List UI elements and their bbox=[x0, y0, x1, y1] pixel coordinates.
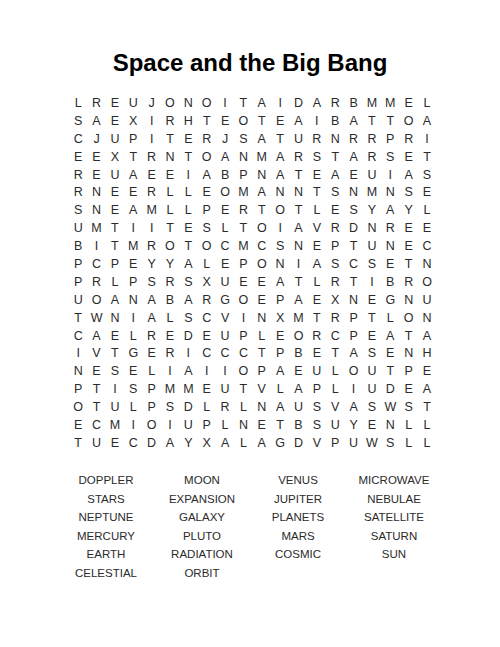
grid-cell[interactable]: A bbox=[161, 434, 179, 452]
grid-cell[interactable]: L bbox=[161, 183, 179, 201]
grid-cell[interactable]: A bbox=[87, 327, 105, 345]
grid-cell[interactable]: T bbox=[289, 166, 307, 184]
grid-cell[interactable]: S bbox=[363, 398, 381, 416]
grid-cell[interactable]: T bbox=[289, 273, 307, 291]
grid-cell[interactable]: P bbox=[344, 327, 362, 345]
grid-cell[interactable]: R bbox=[326, 219, 344, 237]
grid-cell[interactable]: B bbox=[69, 237, 87, 255]
grid-cell[interactable]: X bbox=[124, 112, 142, 130]
grid-cell[interactable]: S bbox=[381, 148, 399, 166]
grid-cell[interactable]: I bbox=[124, 309, 142, 327]
grid-cell[interactable]: O bbox=[216, 183, 234, 201]
grid-cell[interactable]: P bbox=[271, 291, 289, 309]
grid-cell[interactable]: T bbox=[87, 380, 105, 398]
grid-cell[interactable]: P bbox=[381, 130, 399, 148]
grid-cell[interactable]: O bbox=[344, 362, 362, 380]
grid-cell[interactable]: R bbox=[161, 344, 179, 362]
grid-cell[interactable]: R bbox=[326, 94, 344, 112]
grid-cell[interactable]: L bbox=[381, 309, 399, 327]
grid-cell[interactable]: T bbox=[271, 130, 289, 148]
grid-cell[interactable]: N bbox=[106, 309, 124, 327]
grid-cell[interactable]: U bbox=[106, 130, 124, 148]
grid-cell[interactable]: D bbox=[289, 434, 307, 452]
grid-cell[interactable]: P bbox=[308, 380, 326, 398]
grid-cell[interactable]: A bbox=[381, 201, 399, 219]
grid-cell[interactable]: A bbox=[271, 148, 289, 166]
grid-cell[interactable]: E bbox=[106, 183, 124, 201]
grid-cell[interactable]: I bbox=[418, 130, 436, 148]
grid-cell[interactable]: P bbox=[344, 309, 362, 327]
grid-cell[interactable]: I bbox=[271, 219, 289, 237]
grid-cell[interactable]: U bbox=[363, 237, 381, 255]
grid-cell[interactable]: E bbox=[69, 148, 87, 166]
grid-cell[interactable]: V bbox=[308, 434, 326, 452]
grid-cell[interactable]: T bbox=[289, 201, 307, 219]
grid-cell[interactable]: U bbox=[418, 291, 436, 309]
grid-cell[interactable]: E bbox=[142, 344, 160, 362]
grid-cell[interactable]: W bbox=[381, 398, 399, 416]
grid-cell[interactable]: E bbox=[106, 327, 124, 345]
grid-cell[interactable]: T bbox=[381, 112, 399, 130]
grid-cell[interactable]: S bbox=[363, 344, 381, 362]
grid-cell[interactable]: R bbox=[198, 130, 216, 148]
grid-cell[interactable]: D bbox=[179, 398, 197, 416]
grid-cell[interactable]: L bbox=[326, 380, 344, 398]
grid-cell[interactable]: N bbox=[87, 201, 105, 219]
grid-cell[interactable]: A bbox=[142, 291, 160, 309]
grid-cell[interactable]: Y bbox=[161, 255, 179, 273]
grid-cell[interactable]: I bbox=[271, 94, 289, 112]
grid-cell[interactable]: L bbox=[142, 362, 160, 380]
grid-cell[interactable]: T bbox=[399, 255, 417, 273]
grid-cell[interactable]: N bbox=[253, 398, 271, 416]
grid-cell[interactable]: O bbox=[198, 237, 216, 255]
grid-cell[interactable]: L bbox=[179, 201, 197, 219]
grid-cell[interactable]: A bbox=[271, 166, 289, 184]
grid-cell[interactable]: U bbox=[289, 130, 307, 148]
grid-cell[interactable]: E bbox=[326, 201, 344, 219]
grid-cell[interactable]: L bbox=[124, 398, 142, 416]
grid-cell[interactable]: U bbox=[69, 291, 87, 309]
grid-cell[interactable]: C bbox=[198, 309, 216, 327]
grid-cell[interactable]: I bbox=[234, 309, 252, 327]
grid-cell[interactable]: I bbox=[161, 416, 179, 434]
grid-cell[interactable]: E bbox=[124, 362, 142, 380]
grid-cell[interactable]: N bbox=[399, 291, 417, 309]
grid-cell[interactable]: N bbox=[179, 94, 197, 112]
grid-cell[interactable]: X bbox=[198, 434, 216, 452]
grid-cell[interactable]: E bbox=[253, 273, 271, 291]
grid-cell[interactable]: C bbox=[234, 344, 252, 362]
grid-cell[interactable]: U bbox=[363, 362, 381, 380]
grid-cell[interactable]: P bbox=[326, 434, 344, 452]
grid-cell[interactable]: M bbox=[106, 416, 124, 434]
grid-cell[interactable]: N bbox=[326, 130, 344, 148]
grid-cell[interactable]: V bbox=[87, 344, 105, 362]
grid-cell[interactable]: T bbox=[179, 148, 197, 166]
grid-cell[interactable]: S bbox=[69, 112, 87, 130]
grid-cell[interactable]: R bbox=[326, 273, 344, 291]
grid-cell[interactable]: C bbox=[124, 434, 142, 452]
grid-cell[interactable]: L bbox=[198, 255, 216, 273]
grid-cell[interactable]: D bbox=[289, 94, 307, 112]
grid-cell[interactable]: T bbox=[161, 219, 179, 237]
grid-cell[interactable]: N bbox=[289, 183, 307, 201]
grid-cell[interactable]: I bbox=[198, 362, 216, 380]
grid-cell[interactable]: L bbox=[271, 380, 289, 398]
grid-cell[interactable]: E bbox=[271, 112, 289, 130]
grid-cell[interactable]: O bbox=[198, 148, 216, 166]
grid-cell[interactable]: T bbox=[326, 148, 344, 166]
grid-cell[interactable]: T bbox=[253, 112, 271, 130]
grid-cell[interactable]: R bbox=[399, 130, 417, 148]
grid-cell[interactable]: G bbox=[124, 344, 142, 362]
grid-cell[interactable]: O bbox=[399, 309, 417, 327]
grid-cell[interactable]: O bbox=[399, 112, 417, 130]
grid-cell[interactable]: R bbox=[363, 130, 381, 148]
grid-cell[interactable]: E bbox=[363, 416, 381, 434]
grid-cell[interactable]: N bbox=[399, 344, 417, 362]
grid-cell[interactable]: A bbox=[216, 434, 234, 452]
grid-cell[interactable]: R bbox=[161, 112, 179, 130]
grid-cell[interactable]: A bbox=[216, 148, 234, 166]
grid-cell[interactable]: D bbox=[344, 219, 362, 237]
grid-cell[interactable]: U bbox=[216, 327, 234, 345]
grid-cell[interactable]: S bbox=[399, 183, 417, 201]
grid-cell[interactable]: R bbox=[234, 201, 252, 219]
grid-cell[interactable]: S bbox=[418, 166, 436, 184]
grid-cell[interactable]: T bbox=[106, 344, 124, 362]
grid-cell[interactable]: U bbox=[363, 380, 381, 398]
grid-cell[interactable]: T bbox=[253, 201, 271, 219]
grid-cell[interactable]: U bbox=[106, 398, 124, 416]
grid-cell[interactable]: N bbox=[161, 148, 179, 166]
grid-cell[interactable]: A bbox=[326, 166, 344, 184]
grid-cell[interactable]: B bbox=[381, 273, 399, 291]
grid-cell[interactable]: V bbox=[326, 398, 344, 416]
grid-cell[interactable]: N bbox=[344, 291, 362, 309]
grid-cell[interactable]: S bbox=[308, 416, 326, 434]
grid-cell[interactable]: N bbox=[271, 255, 289, 273]
grid-cell[interactable]: T bbox=[399, 327, 417, 345]
grid-cell[interactable]: R bbox=[142, 237, 160, 255]
grid-cell[interactable]: R bbox=[308, 130, 326, 148]
grid-cell[interactable]: S bbox=[271, 237, 289, 255]
grid-cell[interactable]: E bbox=[142, 166, 160, 184]
grid-cell[interactable]: L bbox=[234, 398, 252, 416]
grid-cell[interactable]: A bbox=[124, 201, 142, 219]
grid-cell[interactable]: T bbox=[308, 309, 326, 327]
grid-cell[interactable]: U bbox=[69, 219, 87, 237]
grid-cell[interactable]: S bbox=[326, 255, 344, 273]
grid-cell[interactable]: T bbox=[69, 309, 87, 327]
grid-cell[interactable]: I bbox=[87, 237, 105, 255]
grid-cell[interactable]: E bbox=[161, 166, 179, 184]
grid-cell[interactable]: U bbox=[289, 398, 307, 416]
grid-cell[interactable]: P bbox=[271, 344, 289, 362]
grid-cell[interactable]: O bbox=[418, 273, 436, 291]
grid-cell[interactable]: N bbox=[69, 362, 87, 380]
grid-cell[interactable]: E bbox=[124, 183, 142, 201]
grid-cell[interactable]: N bbox=[253, 309, 271, 327]
grid-cell[interactable]: S bbox=[179, 273, 197, 291]
grid-cell[interactable]: O bbox=[198, 94, 216, 112]
grid-cell[interactable]: D bbox=[381, 380, 399, 398]
grid-cell[interactable]: I bbox=[142, 112, 160, 130]
grid-cell[interactable]: E bbox=[399, 148, 417, 166]
grid-cell[interactable]: E bbox=[198, 380, 216, 398]
grid-cell[interactable]: B bbox=[344, 94, 362, 112]
grid-cell[interactable]: S bbox=[308, 148, 326, 166]
grid-cell[interactable]: E bbox=[179, 219, 197, 237]
grid-cell[interactable]: N bbox=[289, 237, 307, 255]
grid-cell[interactable]: E bbox=[399, 94, 417, 112]
grid-cell[interactable]: O bbox=[253, 219, 271, 237]
grid-cell[interactable]: L bbox=[308, 273, 326, 291]
grid-cell[interactable]: E bbox=[106, 201, 124, 219]
grid-cell[interactable]: I bbox=[69, 344, 87, 362]
grid-cell[interactable]: O bbox=[142, 416, 160, 434]
grid-cell[interactable]: E bbox=[179, 130, 197, 148]
grid-cell[interactable]: L bbox=[124, 327, 142, 345]
grid-cell[interactable]: T bbox=[234, 94, 252, 112]
grid-cell[interactable]: S bbox=[142, 273, 160, 291]
grid-cell[interactable]: E bbox=[87, 362, 105, 380]
grid-cell[interactable]: A bbox=[124, 166, 142, 184]
grid-cell[interactable]: A bbox=[179, 362, 197, 380]
grid-cell[interactable]: E bbox=[381, 344, 399, 362]
grid-cell[interactable]: A bbox=[271, 273, 289, 291]
grid-cell[interactable]: A bbox=[344, 344, 362, 362]
grid-cell[interactable]: O bbox=[234, 362, 252, 380]
grid-cell[interactable]: X bbox=[198, 273, 216, 291]
grid-cell[interactable]: R bbox=[87, 273, 105, 291]
grid-cell[interactable]: L bbox=[418, 416, 436, 434]
grid-cell[interactable]: T bbox=[381, 362, 399, 380]
grid-cell[interactable]: E bbox=[308, 344, 326, 362]
grid-cell[interactable]: A bbox=[344, 112, 362, 130]
grid-cell[interactable]: M bbox=[363, 94, 381, 112]
grid-cell[interactable]: Y bbox=[399, 201, 417, 219]
grid-cell[interactable]: C bbox=[87, 255, 105, 273]
grid-cell[interactable]: R bbox=[142, 183, 160, 201]
grid-cell[interactable]: C bbox=[216, 344, 234, 362]
grid-cell[interactable]: T bbox=[198, 112, 216, 130]
grid-cell[interactable]: E bbox=[106, 434, 124, 452]
grid-cell[interactable]: B bbox=[326, 112, 344, 130]
grid-cell[interactable]: A bbox=[418, 327, 436, 345]
grid-cell[interactable]: R bbox=[142, 148, 160, 166]
grid-cell[interactable]: A bbox=[289, 112, 307, 130]
grid-cell[interactable]: U bbox=[326, 416, 344, 434]
grid-cell[interactable]: E bbox=[381, 255, 399, 273]
grid-cell[interactable]: J bbox=[142, 94, 160, 112]
grid-cell[interactable]: S bbox=[308, 398, 326, 416]
grid-cell[interactable]: E bbox=[198, 183, 216, 201]
grid-cell[interactable]: A bbox=[87, 112, 105, 130]
grid-cell[interactable]: L bbox=[69, 94, 87, 112]
grid-cell[interactable]: S bbox=[198, 219, 216, 237]
grid-cell[interactable]: Y bbox=[142, 255, 160, 273]
grid-cell[interactable]: A bbox=[344, 398, 362, 416]
grid-cell[interactable]: P bbox=[253, 362, 271, 380]
grid-cell[interactable]: R bbox=[69, 166, 87, 184]
grid-cell[interactable]: T bbox=[308, 183, 326, 201]
grid-cell[interactable]: T bbox=[363, 112, 381, 130]
grid-cell[interactable]: G bbox=[216, 291, 234, 309]
grid-cell[interactable]: E bbox=[87, 166, 105, 184]
grid-cell[interactable]: V bbox=[216, 309, 234, 327]
grid-cell[interactable]: R bbox=[87, 94, 105, 112]
grid-cell[interactable]: Y bbox=[363, 201, 381, 219]
grid-cell[interactable]: S bbox=[106, 362, 124, 380]
grid-cell[interactable]: A bbox=[289, 291, 307, 309]
grid-cell[interactable]: A bbox=[179, 255, 197, 273]
grid-cell[interactable]: R bbox=[161, 273, 179, 291]
grid-cell[interactable]: E bbox=[399, 219, 417, 237]
grid-cell[interactable]: P bbox=[106, 255, 124, 273]
grid-cell[interactable]: T bbox=[326, 344, 344, 362]
grid-cell[interactable]: I bbox=[124, 219, 142, 237]
grid-cell[interactable]: W bbox=[363, 434, 381, 452]
grid-cell[interactable]: M bbox=[253, 148, 271, 166]
grid-cell[interactable]: S bbox=[344, 201, 362, 219]
grid-cell[interactable]: Y bbox=[344, 416, 362, 434]
grid-cell[interactable]: T bbox=[124, 148, 142, 166]
grid-cell[interactable]: M bbox=[234, 237, 252, 255]
grid-cell[interactable]: O bbox=[271, 201, 289, 219]
grid-cell[interactable]: I bbox=[142, 219, 160, 237]
grid-cell[interactable]: R bbox=[381, 219, 399, 237]
grid-cell[interactable]: L bbox=[106, 273, 124, 291]
grid-cell[interactable]: I bbox=[344, 380, 362, 398]
grid-cell[interactable]: E bbox=[253, 291, 271, 309]
grid-cell[interactable]: M bbox=[142, 201, 160, 219]
grid-cell[interactable]: M bbox=[161, 380, 179, 398]
grid-cell[interactable]: L bbox=[216, 416, 234, 434]
grid-cell[interactable]: A bbox=[289, 219, 307, 237]
grid-cell[interactable]: I bbox=[142, 130, 160, 148]
grid-cell[interactable]: T bbox=[344, 273, 362, 291]
grid-cell[interactable]: N bbox=[381, 183, 399, 201]
grid-cell[interactable]: T bbox=[106, 219, 124, 237]
grid-cell[interactable]: R bbox=[216, 398, 234, 416]
grid-cell[interactable]: O bbox=[161, 94, 179, 112]
grid-cell[interactable]: I bbox=[161, 362, 179, 380]
grid-cell[interactable]: T bbox=[234, 219, 252, 237]
grid-cell[interactable]: B bbox=[161, 291, 179, 309]
grid-cell[interactable]: R bbox=[198, 291, 216, 309]
grid-cell[interactable]: M bbox=[179, 380, 197, 398]
grid-cell[interactable]: E bbox=[344, 166, 362, 184]
grid-cell[interactable]: E bbox=[216, 255, 234, 273]
grid-cell[interactable]: C bbox=[253, 237, 271, 255]
grid-cell[interactable]: I bbox=[179, 344, 197, 362]
grid-cell[interactable]: M bbox=[87, 219, 105, 237]
grid-cell[interactable]: E bbox=[363, 327, 381, 345]
grid-cell[interactable]: G bbox=[381, 291, 399, 309]
grid-cell[interactable]: E bbox=[418, 219, 436, 237]
grid-cell[interactable]: R bbox=[289, 148, 307, 166]
grid-cell[interactable]: O bbox=[289, 327, 307, 345]
grid-cell[interactable]: L bbox=[418, 201, 436, 219]
grid-cell[interactable]: L bbox=[326, 362, 344, 380]
grid-cell[interactable]: E bbox=[216, 201, 234, 219]
grid-cell[interactable]: A bbox=[308, 94, 326, 112]
grid-cell[interactable]: R bbox=[363, 148, 381, 166]
grid-cell[interactable]: C bbox=[69, 130, 87, 148]
grid-cell[interactable]: U bbox=[308, 362, 326, 380]
grid-cell[interactable]: L bbox=[234, 434, 252, 452]
grid-cell[interactable]: A bbox=[418, 380, 436, 398]
grid-cell[interactable]: L bbox=[418, 434, 436, 452]
grid-cell[interactable]: I bbox=[381, 166, 399, 184]
grid-cell[interactable]: U bbox=[216, 273, 234, 291]
grid-cell[interactable]: P bbox=[234, 255, 252, 273]
grid-cell[interactable]: A bbox=[271, 398, 289, 416]
grid-cell[interactable]: P bbox=[198, 416, 216, 434]
grid-cell[interactable]: H bbox=[179, 112, 197, 130]
grid-cell[interactable]: U bbox=[216, 380, 234, 398]
grid-cell[interactable]: U bbox=[363, 166, 381, 184]
grid-cell[interactable]: S bbox=[179, 309, 197, 327]
grid-cell[interactable]: L bbox=[418, 94, 436, 112]
grid-cell[interactable]: S bbox=[124, 380, 142, 398]
grid-cell[interactable]: A bbox=[179, 291, 197, 309]
grid-cell[interactable]: C bbox=[198, 344, 216, 362]
grid-cell[interactable]: N bbox=[344, 183, 362, 201]
grid-cell[interactable]: O bbox=[87, 291, 105, 309]
grid-cell[interactable]: R bbox=[399, 273, 417, 291]
grid-cell[interactable]: L bbox=[399, 434, 417, 452]
grid-cell[interactable]: E bbox=[399, 237, 417, 255]
grid-cell[interactable]: T bbox=[418, 148, 436, 166]
grid-cell[interactable]: O bbox=[161, 237, 179, 255]
grid-cell[interactable]: I bbox=[216, 362, 234, 380]
grid-cell[interactable]: O bbox=[253, 255, 271, 273]
grid-cell[interactable]: L bbox=[179, 183, 197, 201]
grid-cell[interactable]: N bbox=[124, 291, 142, 309]
grid-cell[interactable]: L bbox=[253, 327, 271, 345]
grid-cell[interactable]: E bbox=[87, 148, 105, 166]
grid-cell[interactable]: R bbox=[142, 327, 160, 345]
grid-cell[interactable]: U bbox=[344, 434, 362, 452]
grid-cell[interactable]: I bbox=[106, 380, 124, 398]
grid-cell[interactable]: T bbox=[253, 344, 271, 362]
grid-cell[interactable]: L bbox=[399, 416, 417, 434]
grid-cell[interactable]: P bbox=[234, 166, 252, 184]
grid-cell[interactable]: J bbox=[87, 130, 105, 148]
grid-cell[interactable]: M bbox=[124, 237, 142, 255]
grid-cell[interactable]: S bbox=[161, 398, 179, 416]
grid-cell[interactable]: A bbox=[418, 112, 436, 130]
grid-cell[interactable]: B bbox=[289, 416, 307, 434]
grid-cell[interactable]: E bbox=[69, 416, 87, 434]
grid-cell[interactable]: P bbox=[124, 130, 142, 148]
grid-cell[interactable]: W bbox=[87, 309, 105, 327]
grid-cell[interactable]: P bbox=[69, 255, 87, 273]
grid-cell[interactable]: N bbox=[381, 416, 399, 434]
grid-cell[interactable]: E bbox=[308, 166, 326, 184]
grid-cell[interactable]: N bbox=[418, 255, 436, 273]
grid-cell[interactable]: A bbox=[142, 309, 160, 327]
grid-cell[interactable]: E bbox=[363, 291, 381, 309]
grid-cell[interactable]: N bbox=[381, 237, 399, 255]
grid-cell[interactable]: X bbox=[326, 291, 344, 309]
grid-cell[interactable]: E bbox=[289, 362, 307, 380]
grid-cell[interactable]: S bbox=[381, 434, 399, 452]
grid-cell[interactable]: L bbox=[161, 201, 179, 219]
